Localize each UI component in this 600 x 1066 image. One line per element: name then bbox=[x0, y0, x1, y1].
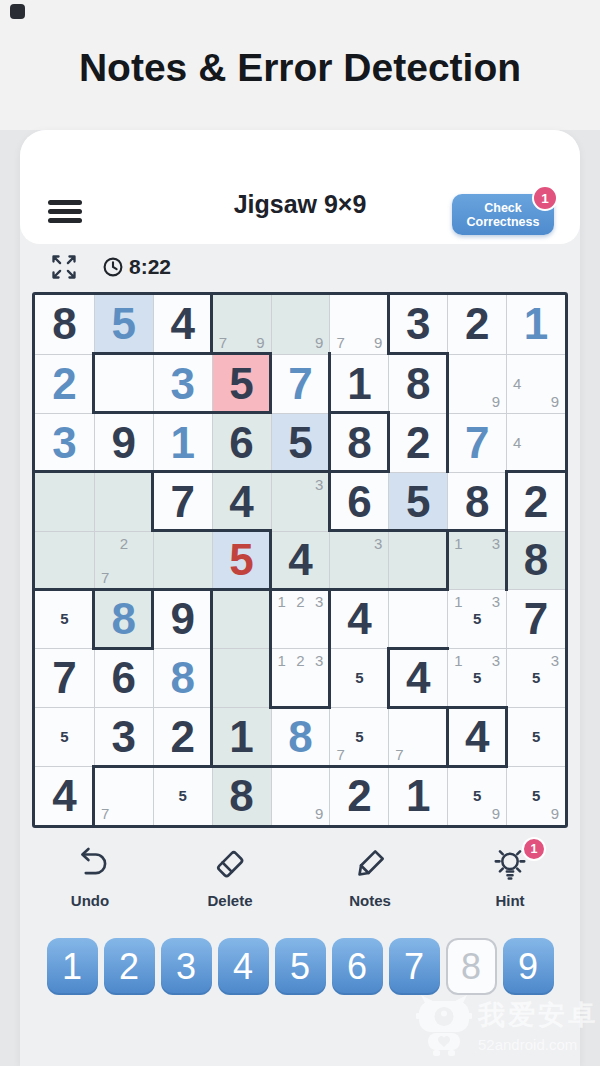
numpad-key-9[interactable]: 9 bbox=[503, 938, 554, 995]
cell-value: 1 bbox=[347, 362, 371, 406]
note-digit: 9 bbox=[308, 333, 323, 350]
notes-button[interactable]: Notes bbox=[310, 845, 430, 909]
note-digit: 3 bbox=[485, 593, 500, 610]
numpad-key-4[interactable]: 4 bbox=[218, 938, 269, 995]
cell-r3c6[interactable]: 8 bbox=[329, 413, 388, 472]
note-digit: 9 bbox=[485, 392, 500, 409]
timer-value: 8:22 bbox=[129, 255, 171, 279]
note-digit: 1 bbox=[454, 535, 469, 552]
note-digit: 4 bbox=[513, 434, 528, 451]
cell-r8c1[interactable]: 5 bbox=[35, 707, 94, 766]
note-digit: 5 bbox=[175, 787, 190, 804]
note-digit: 7 bbox=[336, 333, 351, 350]
cell-notes: 7 bbox=[95, 767, 153, 825]
cell-value: 8 bbox=[170, 656, 194, 700]
cell-r1c9[interactable]: 1 bbox=[506, 295, 565, 354]
note-digit: 1 bbox=[278, 593, 293, 610]
cell-notes: 5 bbox=[154, 767, 212, 825]
cell-value: 8 bbox=[229, 774, 253, 818]
cell-notes: 13 bbox=[448, 532, 506, 590]
cell-r1c6[interactable]: 79 bbox=[329, 295, 388, 354]
cell-value: 4 bbox=[465, 715, 489, 759]
cell-r1c8[interactable]: 2 bbox=[447, 295, 506, 354]
note-digit: 2 bbox=[116, 535, 131, 552]
cell-r4c3[interactable]: 7 bbox=[153, 472, 212, 531]
notes-label: Notes bbox=[349, 892, 391, 909]
eraser-icon bbox=[211, 845, 249, 883]
cell-value: 5 bbox=[406, 480, 430, 524]
cell-r6c9[interactable]: 7 bbox=[506, 589, 565, 648]
note-digit: 7 bbox=[395, 745, 410, 762]
cell-r5c6[interactable]: 3 bbox=[329, 531, 388, 590]
cell-r7c9[interactable]: 35 bbox=[506, 648, 565, 707]
game-card: Jigsaw 9×9 Check Correctness 1 8:22 8547… bbox=[20, 130, 580, 1066]
numpad-key-2[interactable]: 2 bbox=[104, 938, 155, 995]
cell-r6c3[interactable]: 9 bbox=[153, 589, 212, 648]
cell-value: 6 bbox=[229, 421, 253, 465]
cell-r1c3[interactable]: 4 bbox=[153, 295, 212, 354]
cell-r9c8[interactable]: 59 bbox=[447, 766, 506, 825]
cell-r5c5[interactable]: 4 bbox=[271, 531, 330, 590]
note-digit: 7 bbox=[101, 804, 116, 821]
cell-r8c6[interactable]: 57 bbox=[329, 707, 388, 766]
cell-notes: 3 bbox=[272, 473, 330, 531]
cell-r2c9[interactable]: 49 bbox=[506, 354, 565, 413]
cell-r1c4[interactable]: 79 bbox=[212, 295, 271, 354]
note-digit: 3 bbox=[308, 652, 323, 669]
cell-r7c2[interactable]: 6 bbox=[94, 648, 153, 707]
cell-value: 1 bbox=[406, 774, 430, 818]
note-digit: 7 bbox=[336, 745, 351, 762]
cell-r8c2[interactable]: 3 bbox=[94, 707, 153, 766]
cell-value: 8 bbox=[465, 480, 489, 524]
cell-notes: 57 bbox=[330, 708, 388, 766]
board-frame: 8547997932123571894939165827474365822754… bbox=[32, 292, 568, 828]
note-digit: 5 bbox=[57, 610, 73, 627]
cell-r8c8[interactable]: 4 bbox=[447, 707, 506, 766]
cell-value: 2 bbox=[52, 362, 76, 406]
cell-r4c7[interactable]: 5 bbox=[388, 472, 447, 531]
cell-value: 9 bbox=[170, 597, 194, 641]
cell-value: 2 bbox=[524, 480, 548, 524]
cell-r9c1[interactable]: 4 bbox=[35, 766, 94, 825]
note-digit: 5 bbox=[470, 787, 485, 804]
cell-r9c7[interactable]: 1 bbox=[388, 766, 447, 825]
cell-notes: 35 bbox=[507, 649, 565, 707]
cell-value: 8 bbox=[406, 362, 430, 406]
cell-r1c1[interactable]: 8 bbox=[35, 295, 94, 354]
cell-notes: 59 bbox=[507, 767, 565, 825]
note-digit: 3 bbox=[485, 535, 500, 552]
check-badge: 1 bbox=[532, 185, 558, 211]
cell-r8c3[interactable]: 2 bbox=[153, 707, 212, 766]
note-digit: 1 bbox=[454, 593, 469, 610]
cell-r2c6[interactable]: 1 bbox=[329, 354, 388, 413]
numpad-key-3[interactable]: 3 bbox=[161, 938, 212, 995]
cell-value: 7 bbox=[52, 656, 76, 700]
pencil-icon bbox=[351, 845, 389, 883]
cell-notes: 49 bbox=[507, 355, 565, 413]
cell-r4c8[interactable]: 8 bbox=[447, 472, 506, 531]
cell-value: 4 bbox=[288, 538, 312, 582]
note-digit: 1 bbox=[454, 652, 469, 669]
note-digit: 4 bbox=[513, 375, 528, 392]
timer: 8:22 bbox=[102, 255, 171, 279]
cell-value: 2 bbox=[465, 302, 489, 346]
cell-value: 8 bbox=[288, 715, 312, 759]
cell-notes: 135 bbox=[448, 590, 506, 648]
note-digit: 9 bbox=[367, 333, 382, 350]
cell-value: 8 bbox=[347, 421, 371, 465]
cell-notes: 3 bbox=[330, 532, 388, 590]
cell-r2c1[interactable]: 2 bbox=[35, 354, 94, 413]
cell-notes: 27 bbox=[95, 532, 153, 590]
cell-notes: 9 bbox=[272, 767, 330, 825]
note-digit: 3 bbox=[485, 652, 500, 669]
cell-r8c4[interactable]: 1 bbox=[212, 707, 271, 766]
cell-notes: 7 bbox=[389, 708, 447, 766]
note-digit: 5 bbox=[352, 669, 367, 686]
cell-r4c4[interactable]: 4 bbox=[212, 472, 271, 531]
cell-r7c1[interactable]: 7 bbox=[35, 648, 94, 707]
delete-button[interactable]: Delete bbox=[170, 845, 290, 909]
cell-r4c6[interactable]: 6 bbox=[329, 472, 388, 531]
cell-r2c7[interactable]: 8 bbox=[388, 354, 447, 413]
cell-r3c2[interactable]: 9 bbox=[94, 413, 153, 472]
cell-r6c2[interactable]: 8 bbox=[94, 589, 153, 648]
cell-notes: 5 bbox=[35, 708, 94, 766]
cell-r3c8[interactable]: 7 bbox=[447, 413, 506, 472]
cell-r9c2[interactable]: 7 bbox=[94, 766, 153, 825]
numpad-key-6[interactable]: 6 bbox=[332, 938, 383, 995]
cell-r7c3[interactable]: 8 bbox=[153, 648, 212, 707]
cell-r2c3[interactable]: 3 bbox=[153, 354, 212, 413]
cell-r4c5[interactable]: 3 bbox=[271, 472, 330, 531]
cell-r7c8[interactable]: 135 bbox=[447, 648, 506, 707]
cell-r3c1[interactable]: 3 bbox=[35, 413, 94, 472]
cell-r5c3[interactable] bbox=[153, 531, 212, 590]
cell-r4c9[interactable]: 2 bbox=[506, 472, 565, 531]
cell-r5c1[interactable] bbox=[35, 531, 94, 590]
numpad-key-8[interactable]: 8 bbox=[446, 938, 497, 995]
cell-r3c5[interactable]: 5 bbox=[271, 413, 330, 472]
undo-label: Undo bbox=[71, 892, 109, 909]
cell-r1c5[interactable]: 9 bbox=[271, 295, 330, 354]
cell-r9c6[interactable]: 2 bbox=[329, 766, 388, 825]
cell-value: 2 bbox=[406, 421, 430, 465]
undo-icon bbox=[71, 845, 109, 883]
note-digit: 5 bbox=[528, 728, 543, 745]
cell-value: 3 bbox=[170, 362, 194, 406]
cell-value: 4 bbox=[52, 774, 76, 818]
note-digit: 7 bbox=[101, 568, 116, 585]
undo-button[interactable]: Undo bbox=[30, 845, 150, 909]
note-digit: 9 bbox=[249, 333, 264, 350]
cell-value: 4 bbox=[229, 480, 253, 524]
numpad-key-5[interactable]: 5 bbox=[275, 938, 326, 995]
app-screen: Notes & Error Detection Jigsaw 9×9 Check… bbox=[0, 0, 600, 1066]
cell-notes: 79 bbox=[330, 295, 388, 354]
note-digit: 5 bbox=[528, 669, 543, 686]
status-icon bbox=[10, 4, 25, 19]
cell-value: 3 bbox=[112, 715, 136, 759]
cell-r9c4[interactable]: 8 bbox=[212, 766, 271, 825]
cell-r5c8[interactable]: 13 bbox=[447, 531, 506, 590]
cell-r5c7[interactable] bbox=[388, 531, 447, 590]
cell-r6c4[interactable] bbox=[212, 589, 271, 648]
note-digit: 9 bbox=[308, 804, 323, 821]
cell-r2c4[interactable]: 5 bbox=[212, 354, 271, 413]
cell-r4c1[interactable] bbox=[35, 472, 94, 531]
note-digit: 7 bbox=[219, 333, 234, 350]
cell-r7c6[interactable]: 5 bbox=[329, 648, 388, 707]
cell-value: 3 bbox=[406, 302, 430, 346]
cell-r6c8[interactable]: 135 bbox=[447, 589, 506, 648]
cell-r6c6[interactable]: 4 bbox=[329, 589, 388, 648]
cell-r6c1[interactable]: 5 bbox=[35, 589, 94, 648]
numpad-key-1[interactable]: 1 bbox=[47, 938, 98, 995]
note-digit: 3 bbox=[308, 593, 323, 610]
cell-value: 7 bbox=[288, 362, 312, 406]
cell-value: 1 bbox=[524, 302, 548, 346]
note-digit: 5 bbox=[352, 728, 367, 745]
cell-value: 9 bbox=[112, 421, 136, 465]
cell-r3c7[interactable]: 2 bbox=[388, 413, 447, 472]
cell-r7c7[interactable]: 4 bbox=[388, 648, 447, 707]
cell-value: 7 bbox=[524, 597, 548, 641]
cell-r5c4[interactable]: 5 bbox=[212, 531, 271, 590]
cell-r2c5[interactable]: 7 bbox=[271, 354, 330, 413]
toolbar: Undo Delete Notes bbox=[20, 845, 580, 909]
cell-r8c5[interactable]: 8 bbox=[271, 707, 330, 766]
cell-value: 1 bbox=[170, 421, 194, 465]
cell-notes: 9 bbox=[448, 355, 506, 413]
cell-value: 2 bbox=[170, 715, 194, 759]
note-digit: 3 bbox=[308, 476, 323, 493]
cell-r8c7[interactable]: 7 bbox=[388, 707, 447, 766]
note-digit: 9 bbox=[544, 804, 559, 821]
hint-label: Hint bbox=[495, 892, 524, 909]
cell-value: 4 bbox=[406, 656, 430, 700]
cell-r3c9[interactable]: 4 bbox=[506, 413, 565, 472]
note-digit: 5 bbox=[528, 787, 543, 804]
note-digit: 5 bbox=[470, 610, 485, 627]
banner: Notes & Error Detection bbox=[0, 0, 600, 130]
note-digit: 9 bbox=[544, 392, 559, 409]
cell-value: 4 bbox=[347, 597, 371, 641]
cell-r8c9[interactable]: 5 bbox=[506, 707, 565, 766]
cell-value: 8 bbox=[524, 538, 548, 582]
cell-r6c5[interactable]: 123 bbox=[271, 589, 330, 648]
sudoku-board: 8547997932123571894939165827474365822754… bbox=[35, 295, 565, 825]
cell-notes: 5 bbox=[507, 708, 565, 766]
cell-value: 5 bbox=[288, 421, 312, 465]
cell-value: 8 bbox=[112, 597, 136, 641]
cell-value: 6 bbox=[112, 656, 136, 700]
hint-badge: 1 bbox=[522, 837, 546, 861]
cell-notes: 5 bbox=[330, 649, 388, 707]
cell-value: 5 bbox=[112, 302, 136, 346]
cell-value: 8 bbox=[52, 302, 76, 346]
cell-value: 7 bbox=[465, 421, 489, 465]
note-digit: 2 bbox=[293, 652, 308, 669]
cell-notes: 5 bbox=[35, 590, 94, 648]
note-digit: 9 bbox=[485, 804, 500, 821]
cell-r7c4[interactable] bbox=[212, 648, 271, 707]
cell-notes: 79 bbox=[213, 295, 271, 354]
cell-value: 7 bbox=[170, 480, 194, 524]
cell-notes: 135 bbox=[448, 649, 506, 707]
cell-r5c2[interactable]: 27 bbox=[94, 531, 153, 590]
cell-value: 5 bbox=[229, 362, 253, 406]
hint-button[interactable]: Hint 1 bbox=[450, 845, 570, 909]
cell-r1c2[interactable]: 5 bbox=[94, 295, 153, 354]
note-digit: 2 bbox=[293, 593, 308, 610]
cell-value: 2 bbox=[347, 774, 371, 818]
cell-value: 5 bbox=[229, 538, 253, 582]
note-digit: 1 bbox=[278, 652, 293, 669]
cell-notes: 9 bbox=[272, 295, 330, 354]
cell-notes: 123 bbox=[272, 649, 330, 707]
cell-value: 4 bbox=[170, 302, 194, 346]
cell-value: 3 bbox=[52, 421, 76, 465]
cell-r9c5[interactable]: 9 bbox=[271, 766, 330, 825]
cell-r3c3[interactable]: 1 bbox=[153, 413, 212, 472]
numpad-key-7[interactable]: 7 bbox=[389, 938, 440, 995]
cell-r3c4[interactable]: 6 bbox=[212, 413, 271, 472]
note-digit: 5 bbox=[57, 728, 73, 745]
numpad: 123456789 bbox=[20, 938, 580, 995]
cell-notes: 4 bbox=[507, 414, 565, 472]
cell-r2c8[interactable]: 9 bbox=[447, 354, 506, 413]
clock-icon bbox=[102, 256, 124, 278]
note-digit: 3 bbox=[544, 652, 559, 669]
cell-r5c9[interactable]: 8 bbox=[506, 531, 565, 590]
banner-title: Notes & Error Detection bbox=[0, 0, 600, 90]
cell-r1c7[interactable]: 3 bbox=[388, 295, 447, 354]
note-digit: 3 bbox=[367, 535, 382, 552]
cell-value: 6 bbox=[347, 480, 371, 524]
cell-r9c3[interactable]: 5 bbox=[153, 766, 212, 825]
cell-r6c7[interactable] bbox=[388, 589, 447, 648]
cell-value: 1 bbox=[229, 715, 253, 759]
cell-notes: 123 bbox=[272, 590, 330, 648]
cell-r9c9[interactable]: 59 bbox=[506, 766, 565, 825]
delete-label: Delete bbox=[207, 892, 252, 909]
cell-r4c2[interactable] bbox=[94, 472, 153, 531]
cell-r2c2[interactable] bbox=[94, 354, 153, 413]
cell-r7c5[interactable]: 123 bbox=[271, 648, 330, 707]
note-digit: 5 bbox=[470, 669, 485, 686]
fullscreen-icon[interactable] bbox=[50, 253, 78, 281]
cell-notes: 59 bbox=[448, 767, 506, 825]
